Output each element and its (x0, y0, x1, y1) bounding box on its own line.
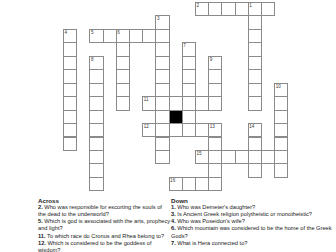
grid-cell[interactable] (155, 69, 169, 83)
grid-cell[interactable] (274, 137, 288, 151)
grid-cell[interactable] (129, 29, 143, 43)
grid-cell[interactable] (195, 177, 209, 191)
grid-cell[interactable] (261, 150, 275, 164)
grid-cell[interactable] (169, 96, 183, 110)
grid-cell[interactable] (169, 123, 183, 137)
grid-cell[interactable] (63, 137, 77, 151)
cell-number: 13 (210, 124, 215, 129)
grid-cell[interactable] (155, 137, 169, 151)
cell-number: 2 (197, 3, 200, 8)
clue-number: 12. (38, 240, 46, 246)
cell-number: 11 (144, 97, 149, 102)
grid-cell[interactable] (248, 42, 262, 56)
grid-cell[interactable] (63, 96, 77, 110)
grid-cell[interactable] (103, 29, 117, 43)
across-header: Across (38, 197, 171, 204)
grid-cell[interactable] (116, 56, 130, 70)
grid-cell[interactable] (155, 150, 169, 164)
grid-cell[interactable] (116, 69, 130, 83)
grid-cell[interactable] (248, 15, 262, 29)
grid-cell[interactable] (63, 123, 77, 137)
clue-item: 1. Who was Demeter's daughter? (171, 204, 333, 211)
grid-cell[interactable] (116, 96, 130, 110)
grid-cell[interactable] (155, 110, 169, 124)
crossword-grid: 12345678910111213141516 (63, 2, 289, 192)
cell-number: 3 (157, 16, 160, 21)
cell-number: 7 (183, 43, 186, 48)
grid-cell[interactable] (248, 150, 262, 164)
clue-item: 2. Who was responsible for escorting the… (38, 204, 171, 218)
grid-cell[interactable] (221, 2, 235, 16)
grid-cell[interactable] (182, 123, 196, 137)
grid-cell[interactable] (63, 69, 77, 83)
black-cell (169, 110, 183, 124)
grid-cell[interactable] (155, 56, 169, 70)
grid-cell[interactable] (155, 29, 169, 43)
grid-cell[interactable] (182, 177, 196, 191)
grid-cell[interactable] (89, 83, 103, 97)
grid-cell[interactable] (274, 150, 288, 164)
across-clues: Across 2. Who was responsible for escort… (38, 197, 171, 252)
grid-cell[interactable] (195, 96, 209, 110)
grid-cell[interactable] (63, 83, 77, 97)
cell-number: 8 (91, 57, 94, 62)
grid-cell[interactable] (235, 150, 249, 164)
grid-cell[interactable] (248, 137, 262, 151)
grid-cell[interactable] (89, 137, 103, 151)
grid-cell[interactable] (208, 163, 222, 177)
cell-number: 15 (197, 151, 202, 156)
grid-cell[interactable] (182, 110, 196, 124)
cell-number: 12 (144, 124, 149, 129)
grid-cell[interactable] (63, 42, 77, 56)
grid-cell[interactable] (221, 150, 235, 164)
clue-text: Is Ancient Greek religion polytheistic o… (176, 211, 312, 217)
clue-item: 3. Is Ancient Greek religion polytheisti… (171, 211, 333, 218)
grid-cell[interactable] (89, 96, 103, 110)
grid-cell[interactable] (63, 56, 77, 70)
grid-cell[interactable] (182, 69, 196, 83)
grid-cell[interactable] (89, 123, 103, 137)
grid-cell[interactable] (248, 56, 262, 70)
cell-number: 9 (210, 57, 213, 62)
grid-cell[interactable] (248, 163, 262, 177)
grid-cell[interactable] (235, 2, 249, 16)
grid-cell[interactable] (142, 29, 156, 43)
clue-text: What is Hera connected to? (176, 240, 248, 246)
cell-number: 14 (249, 124, 254, 129)
cell-number: 6 (117, 30, 120, 35)
cell-number: 1 (249, 3, 252, 8)
clue-text: Which is considered to be the goddess of… (38, 240, 152, 252)
cell-number: 5 (91, 30, 94, 35)
grid-cell[interactable] (195, 123, 209, 137)
clue-number: 11. (38, 233, 46, 239)
grid-cell[interactable] (116, 42, 130, 56)
grid-cell[interactable] (208, 177, 222, 191)
grid-cell[interactable] (248, 83, 262, 97)
grid-cell[interactable] (208, 96, 222, 110)
cell-number: 16 (170, 178, 175, 183)
grid-cell[interactable] (208, 83, 222, 97)
grid-cell[interactable] (274, 123, 288, 137)
down-header: Down (171, 197, 333, 204)
grid-cell[interactable] (261, 2, 275, 16)
grid-cell[interactable] (208, 2, 222, 16)
grid-cell[interactable] (155, 83, 169, 97)
grid-cell[interactable] (248, 69, 262, 83)
clue-item: 12. Which is considered to be the goddes… (38, 240, 171, 252)
cell-number: 4 (65, 30, 68, 35)
clue-item: 7. What is Hera connected to? (171, 240, 333, 247)
grid-cell[interactable] (248, 96, 262, 110)
grid-cell[interactable] (89, 150, 103, 164)
grid-cell[interactable] (155, 96, 169, 110)
clue-text: Who was Poseidon's wife? (176, 218, 245, 224)
grid-cell[interactable] (89, 69, 103, 83)
clue-item: 6. Which mountain was considered to be t… (171, 225, 333, 239)
cell-number: 10 (276, 84, 281, 89)
clue-item: 5. Which is god is associated with the a… (38, 218, 171, 232)
down-clues: Down 1. Who was Demeter's daughter?3. Is… (171, 197, 333, 247)
grid-cell[interactable] (155, 123, 169, 137)
clue-text: Who was Demeter's daughter? (176, 204, 255, 210)
grid-cell[interactable] (274, 163, 288, 177)
grid-cell[interactable] (89, 110, 103, 124)
grid-cell[interactable] (208, 69, 222, 83)
crossword-page: 12345678910111213141516 Across 2. Who wa… (0, 0, 336, 252)
clue-text: To which race do Cronus and Rhea belong … (46, 233, 164, 239)
grid-cell[interactable] (274, 110, 288, 124)
clue-text: Which mountain was considered to be the … (171, 225, 332, 238)
grid-cell[interactable] (182, 56, 196, 70)
grid-cell[interactable] (89, 177, 103, 191)
grid-cell[interactable] (116, 83, 130, 97)
grid-cell[interactable] (274, 96, 288, 110)
clue-text: Who was responsible for escorting the so… (38, 204, 162, 217)
grid-cell[interactable] (208, 137, 222, 151)
grid-cell[interactable] (208, 150, 222, 164)
grid-cell[interactable] (182, 83, 196, 97)
clue-item: 11. To which race do Cronus and Rhea bel… (38, 233, 171, 240)
grid-cell[interactable] (182, 96, 196, 110)
grid-cell[interactable] (248, 29, 262, 43)
grid-cell[interactable] (89, 163, 103, 177)
grid-cell[interactable] (63, 110, 77, 124)
grid-cell[interactable] (155, 42, 169, 56)
clue-text: Which is god is associated with the arts… (38, 218, 170, 231)
clue-item: 4. Who was Poseidon's wife? (171, 218, 333, 225)
